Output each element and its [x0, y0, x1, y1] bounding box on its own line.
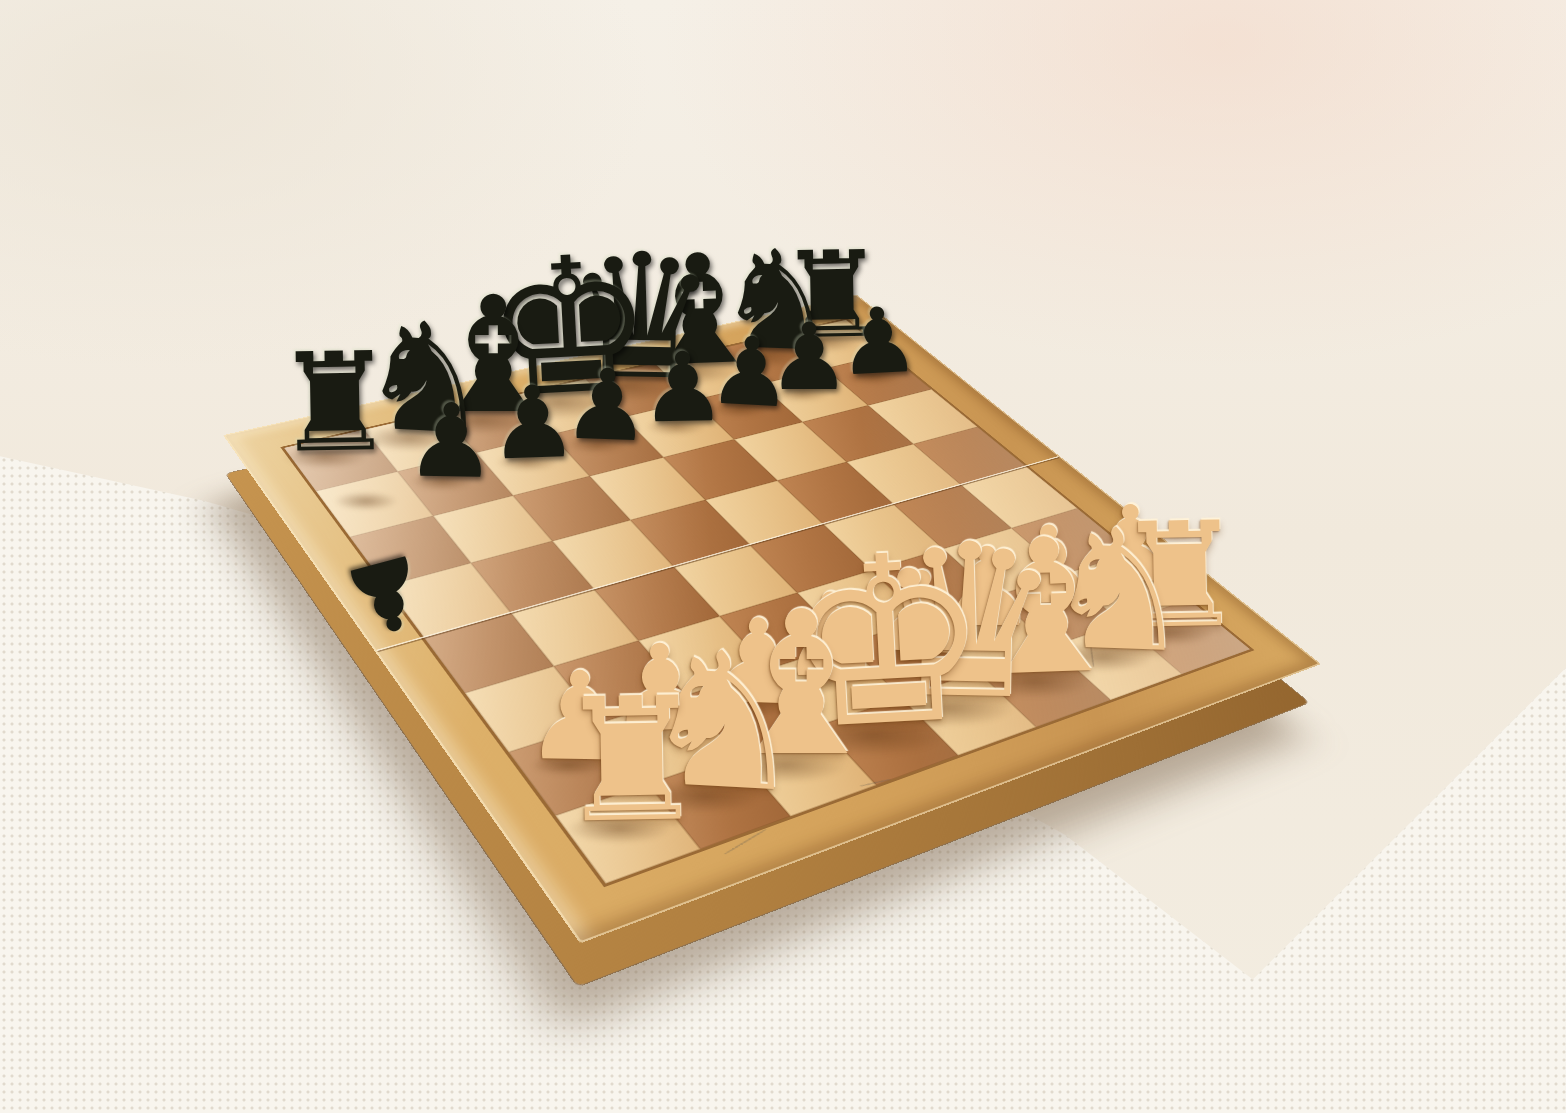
- photo-scene: ♜♞♝♛♚♝♞♜♟♟♟♟♟♟♟♟♟♟♟♟♟♟♟♟♜♞♝♛♚♝♞♜: [0, 0, 1566, 1113]
- piece-black-pawn-f7[interactable]: ♟: [487, 372, 580, 475]
- piece-black-rook-h8[interactable]: ♜: [272, 334, 396, 472]
- piece-white-rook-h1[interactable]: ♜: [553, 675, 708, 847]
- piece-black-pawn-g7[interactable]: ♟: [404, 390, 497, 493]
